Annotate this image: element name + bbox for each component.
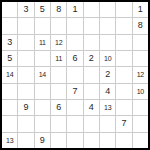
cell-r6c8[interactable] (116, 84, 131, 99)
cell-r8c2[interactable] (18, 116, 33, 131)
cell-r8c1[interactable] (2, 116, 17, 131)
cell-r7c5[interactable] (67, 100, 82, 115)
cell-r9c1[interactable]: 13 (2, 133, 17, 148)
cell-r6c3[interactable] (35, 84, 50, 99)
cell-r2c3[interactable] (35, 18, 50, 33)
cell-r6c7[interactable]: 4 (100, 84, 115, 99)
cell-r8c8[interactable]: 7 (116, 116, 131, 131)
cell-r7c1[interactable] (2, 100, 17, 115)
cell-r6c1[interactable] (2, 84, 17, 99)
cell-r1c4[interactable]: 8 (51, 2, 66, 17)
cell-r4c3[interactable] (35, 51, 50, 66)
cell-r1c3[interactable]: 5 (35, 2, 50, 17)
cell-r7c6[interactable]: 4 (84, 100, 99, 115)
cell-r5c5[interactable] (67, 67, 82, 82)
cell-r9c7[interactable] (100, 133, 115, 148)
cell-r4c1[interactable]: 5 (2, 51, 17, 66)
cell-r6c5[interactable]: 7 (67, 84, 82, 99)
cell-r5c7[interactable]: 2 (100, 67, 115, 82)
cell-r2c8[interactable] (116, 18, 131, 33)
cell-r9c4[interactable] (51, 133, 66, 148)
cell-r7c7[interactable]: 13 (100, 100, 115, 115)
cell-r1c2[interactable]: 3 (18, 2, 33, 17)
cell-r3c6[interactable] (84, 35, 99, 50)
cell-r6c6[interactable] (84, 84, 99, 99)
cell-r1c7[interactable] (100, 2, 115, 17)
cell-r3c5[interactable] (67, 35, 82, 50)
cell-r4c4[interactable]: 11 (51, 51, 66, 66)
cell-r5c3[interactable]: 14 (35, 67, 50, 82)
cell-r4c7[interactable]: 10 (100, 51, 115, 66)
cell-r2c2[interactable] (18, 18, 33, 33)
cell-r5c6[interactable] (84, 67, 99, 82)
cell-r4c6[interactable]: 2 (84, 51, 99, 66)
cell-r8c4[interactable] (51, 116, 66, 131)
cell-r8c7[interactable] (100, 116, 115, 131)
cell-r1c1[interactable] (2, 2, 17, 17)
cell-r9c6[interactable] (84, 133, 99, 148)
cell-r5c9[interactable]: 12 (133, 67, 148, 82)
cell-r4c5[interactable]: 6 (67, 51, 82, 66)
cell-r6c9[interactable]: 10 (133, 84, 148, 99)
cell-r8c5[interactable] (67, 116, 82, 131)
cell-r3c2[interactable] (18, 35, 33, 50)
cell-r2c4[interactable] (51, 18, 66, 33)
cell-r6c2[interactable] (18, 84, 33, 99)
cell-r8c6[interactable] (84, 116, 99, 131)
cell-r8c9[interactable] (133, 116, 148, 131)
cell-r6c4[interactable] (51, 84, 66, 99)
cell-r7c3[interactable] (35, 100, 50, 115)
cell-r2c1[interactable] (2, 18, 17, 33)
cell-r5c1[interactable]: 14 (2, 67, 17, 82)
cell-r5c2[interactable] (18, 67, 33, 82)
cell-r2c9[interactable]: 8 (133, 18, 148, 33)
cell-r8c3[interactable] (35, 116, 50, 131)
cell-r9c2[interactable] (18, 133, 33, 148)
cell-r2c6[interactable] (84, 18, 99, 33)
cell-r1c6[interactable] (84, 2, 99, 17)
cell-r4c2[interactable] (18, 51, 33, 66)
cell-r9c8[interactable] (116, 133, 131, 148)
cell-r5c8[interactable] (116, 67, 131, 82)
cell-r7c2[interactable]: 9 (18, 100, 33, 115)
cell-r7c8[interactable] (116, 100, 131, 115)
cell-r3c9[interactable] (133, 35, 148, 50)
cell-r9c3[interactable]: 9 (35, 133, 50, 148)
cell-r1c5[interactable]: 1 (67, 2, 82, 17)
cell-r2c5[interactable] (67, 18, 82, 33)
cell-r4c8[interactable] (116, 51, 131, 66)
cell-r5c4[interactable] (51, 67, 66, 82)
cell-r3c8[interactable] (116, 35, 131, 50)
fillomino-board: 35811831112511621014142127410964137139 (0, 0, 150, 150)
cell-r4c9[interactable] (133, 51, 148, 66)
cell-r2c7[interactable] (100, 18, 115, 33)
cell-r9c9[interactable] (133, 133, 148, 148)
cell-r3c7[interactable] (100, 35, 115, 50)
cell-r3c1[interactable]: 3 (2, 35, 17, 50)
cell-r3c4[interactable]: 12 (51, 35, 66, 50)
cell-r7c4[interactable]: 6 (51, 100, 66, 115)
cell-r7c9[interactable] (133, 100, 148, 115)
cell-r3c3[interactable]: 11 (35, 35, 50, 50)
cell-r9c5[interactable] (67, 133, 82, 148)
cell-r1c8[interactable] (116, 2, 131, 17)
cell-r1c9[interactable]: 1 (133, 2, 148, 17)
